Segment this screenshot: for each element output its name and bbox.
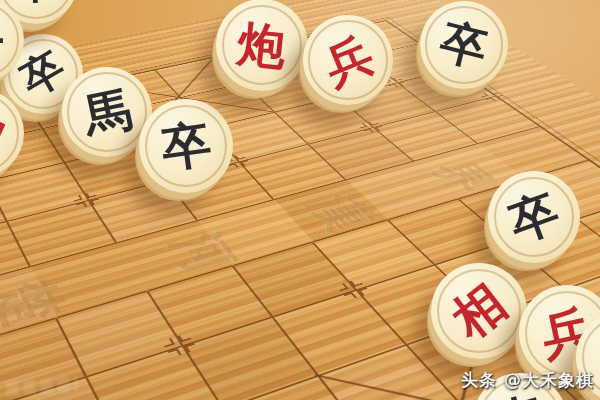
piece-red-炮[interactable]: 炮 — [216, 0, 308, 91]
piece-red-相[interactable]: 相 — [431, 263, 527, 359]
piece-character: 卒 — [14, 45, 71, 102]
photo-xiangqi-board: 楚河漢界 头条 @大禾象棋 卒馬卒炮兵卒卒相兵卒卒相車 — [0, 0, 600, 400]
piece-character: 卒 — [503, 186, 565, 248]
piece-red-兵[interactable]: 兵 — [303, 15, 393, 105]
piece-character: 馬 — [79, 84, 135, 140]
piece-character: 卒 — [436, 17, 492, 73]
piece-character: 相 — [444, 276, 514, 346]
piece-black-卒[interactable]: 卒 — [420, 1, 508, 89]
piece-character: 卒 — [158, 118, 213, 173]
piece-character: 炮 — [236, 19, 289, 72]
piece-character: 卒 — [0, 18, 4, 62]
watermark-text: 头条 @大禾象棋 — [461, 369, 594, 392]
piece-character: 相 — [0, 102, 11, 163]
piece-character: 卒 — [14, 0, 58, 4]
piece-character: 兵 — [317, 29, 378, 90]
piece-black-卒[interactable]: 卒 — [488, 171, 580, 263]
piece-black-卒[interactable]: 卒 — [139, 99, 233, 193]
